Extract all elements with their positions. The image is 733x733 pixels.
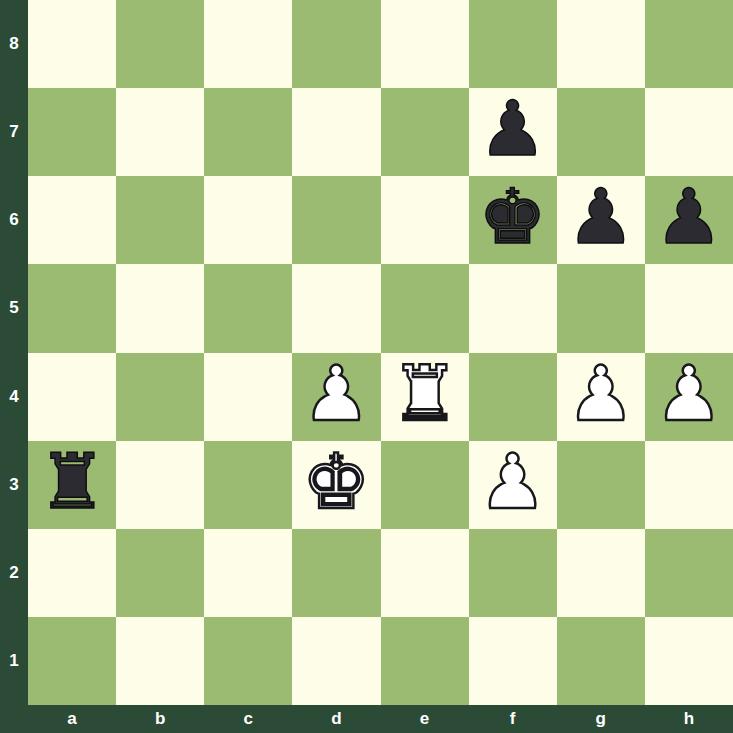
rank-label-2: 2	[0, 529, 28, 617]
white-pawn[interactable]: ♟	[479, 444, 547, 520]
square-h7[interactable]	[645, 88, 733, 176]
square-d6[interactable]	[292, 176, 380, 264]
black-king[interactable]: ♚	[479, 179, 547, 255]
white-king[interactable]: ♚	[302, 444, 370, 520]
square-e7[interactable]	[381, 88, 469, 176]
square-c3[interactable]	[204, 441, 292, 529]
square-g2[interactable]	[557, 529, 645, 617]
square-f2[interactable]	[469, 529, 557, 617]
chess-board: 87♟6♚♟♟54♟♜♟♟3♜♚♟21abcdefgh	[0, 0, 733, 733]
square-f8[interactable]	[469, 0, 557, 88]
square-b1[interactable]	[116, 617, 204, 705]
square-a6[interactable]	[28, 176, 116, 264]
square-c5[interactable]	[204, 264, 292, 352]
square-a2[interactable]	[28, 529, 116, 617]
rank-label-7: 7	[0, 88, 28, 176]
white-pawn[interactable]: ♟	[567, 356, 635, 432]
square-c8[interactable]	[204, 0, 292, 88]
square-g5[interactable]	[557, 264, 645, 352]
square-e4[interactable]: ♜	[381, 353, 469, 441]
file-label-d: d	[292, 705, 380, 733]
square-a3[interactable]: ♜	[28, 441, 116, 529]
square-f7[interactable]: ♟	[469, 88, 557, 176]
square-g6[interactable]: ♟	[557, 176, 645, 264]
square-f6[interactable]: ♚	[469, 176, 557, 264]
square-a8[interactable]	[28, 0, 116, 88]
frame-corner	[0, 705, 28, 733]
square-a7[interactable]	[28, 88, 116, 176]
square-b4[interactable]	[116, 353, 204, 441]
square-d4[interactable]: ♟	[292, 353, 380, 441]
file-label-a: a	[28, 705, 116, 733]
square-c6[interactable]	[204, 176, 292, 264]
white-rook[interactable]: ♜	[390, 356, 458, 432]
square-a4[interactable]	[28, 353, 116, 441]
square-h5[interactable]	[645, 264, 733, 352]
square-c1[interactable]	[204, 617, 292, 705]
square-h4[interactable]: ♟	[645, 353, 733, 441]
square-g4[interactable]: ♟	[557, 353, 645, 441]
square-d1[interactable]	[292, 617, 380, 705]
rank-label-4: 4	[0, 353, 28, 441]
square-d3[interactable]: ♚	[292, 441, 380, 529]
square-b5[interactable]	[116, 264, 204, 352]
white-pawn[interactable]: ♟	[655, 356, 723, 432]
square-b8[interactable]	[116, 0, 204, 88]
square-e6[interactable]	[381, 176, 469, 264]
square-e5[interactable]	[381, 264, 469, 352]
square-a1[interactable]	[28, 617, 116, 705]
square-f3[interactable]: ♟	[469, 441, 557, 529]
black-pawn[interactable]: ♟	[479, 91, 547, 167]
square-g8[interactable]	[557, 0, 645, 88]
square-b2[interactable]	[116, 529, 204, 617]
square-d2[interactable]	[292, 529, 380, 617]
white-pawn[interactable]: ♟	[302, 356, 370, 432]
square-d8[interactable]	[292, 0, 380, 88]
square-e8[interactable]	[381, 0, 469, 88]
rank-label-8: 8	[0, 0, 28, 88]
rank-label-5: 5	[0, 264, 28, 352]
square-h1[interactable]	[645, 617, 733, 705]
rank-label-1: 1	[0, 617, 28, 705]
rank-label-3: 3	[0, 441, 28, 529]
file-label-b: b	[116, 705, 204, 733]
file-label-g: g	[557, 705, 645, 733]
square-g3[interactable]	[557, 441, 645, 529]
square-e1[interactable]	[381, 617, 469, 705]
file-label-c: c	[204, 705, 292, 733]
square-b7[interactable]	[116, 88, 204, 176]
square-e3[interactable]	[381, 441, 469, 529]
square-e2[interactable]	[381, 529, 469, 617]
square-g1[interactable]	[557, 617, 645, 705]
square-f4[interactable]	[469, 353, 557, 441]
square-c4[interactable]	[204, 353, 292, 441]
file-label-f: f	[469, 705, 557, 733]
file-label-e: e	[381, 705, 469, 733]
square-f5[interactable]	[469, 264, 557, 352]
square-c7[interactable]	[204, 88, 292, 176]
square-c2[interactable]	[204, 529, 292, 617]
square-d7[interactable]	[292, 88, 380, 176]
square-b6[interactable]	[116, 176, 204, 264]
square-g7[interactable]	[557, 88, 645, 176]
square-h3[interactable]	[645, 441, 733, 529]
square-h2[interactable]	[645, 529, 733, 617]
black-rook[interactable]: ♜	[38, 444, 106, 520]
square-f1[interactable]	[469, 617, 557, 705]
square-d5[interactable]	[292, 264, 380, 352]
square-h6[interactable]: ♟	[645, 176, 733, 264]
square-a5[interactable]	[28, 264, 116, 352]
rank-label-6: 6	[0, 176, 28, 264]
black-pawn[interactable]: ♟	[567, 179, 635, 255]
square-h8[interactable]	[645, 0, 733, 88]
square-b3[interactable]	[116, 441, 204, 529]
black-pawn[interactable]: ♟	[655, 179, 723, 255]
file-label-h: h	[645, 705, 733, 733]
